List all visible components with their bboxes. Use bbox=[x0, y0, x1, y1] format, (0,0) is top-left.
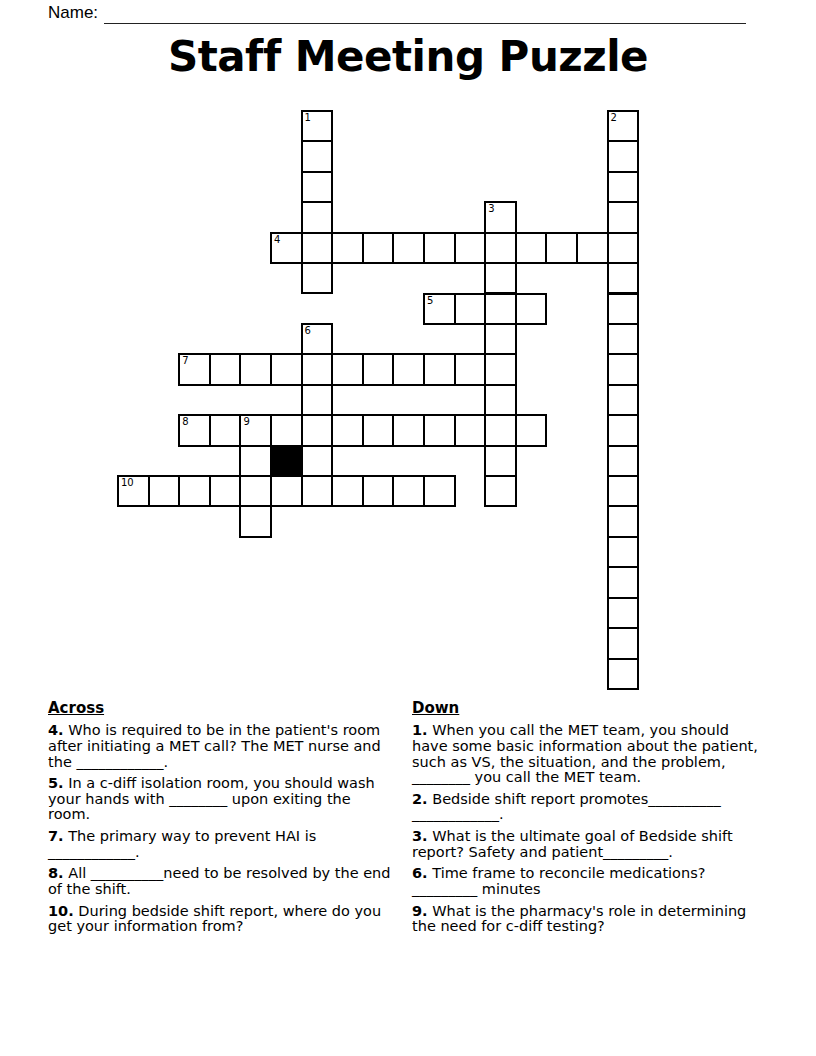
grid-cell[interactable] bbox=[607, 445, 640, 477]
grid-cell[interactable] bbox=[331, 232, 364, 264]
grid-cell[interactable] bbox=[301, 445, 334, 477]
grid-cell[interactable]: 1 bbox=[301, 110, 334, 142]
grid-cell[interactable] bbox=[607, 171, 640, 203]
grid-cell[interactable] bbox=[576, 232, 609, 264]
grid-cell[interactable] bbox=[484, 414, 517, 446]
grid-cell[interactable]: 4 bbox=[270, 232, 303, 264]
grid-cell[interactable] bbox=[545, 232, 578, 264]
name-label: Name: bbox=[48, 2, 98, 24]
grid-cell[interactable] bbox=[454, 293, 487, 325]
grid-cell[interactable] bbox=[423, 353, 456, 385]
grid-cell[interactable] bbox=[484, 445, 517, 477]
grid-cell[interactable] bbox=[423, 475, 456, 507]
down-header: Down bbox=[412, 700, 760, 716]
grid-cell[interactable] bbox=[392, 475, 425, 507]
grid-cell[interactable] bbox=[209, 414, 242, 446]
grid-cell[interactable] bbox=[484, 262, 517, 294]
grid-cell[interactable] bbox=[301, 232, 334, 264]
grid-cell[interactable] bbox=[454, 232, 487, 264]
grid-cell[interactable] bbox=[392, 353, 425, 385]
clue-down-2: 2. Bedside shift report promotes________… bbox=[412, 792, 760, 823]
grid-cell[interactable] bbox=[484, 475, 517, 507]
grid-cell[interactable] bbox=[209, 475, 242, 507]
grid-cell[interactable] bbox=[362, 475, 395, 507]
grid-cell[interactable] bbox=[270, 414, 303, 446]
clue-number-7: 7 bbox=[182, 355, 188, 367]
clue-across-7: 7. The primary way to prevent HAI is ___… bbox=[48, 829, 393, 860]
grid-cell[interactable] bbox=[239, 445, 272, 477]
grid-cell[interactable]: 3 bbox=[484, 201, 517, 233]
clue-across-5: 5. In a c-diff isolation room, you shoul… bbox=[48, 776, 393, 823]
clue-number-3: 3 bbox=[488, 203, 494, 215]
grid-cell[interactable] bbox=[270, 475, 303, 507]
clue-across-10: 10. During bedside shift report, where d… bbox=[48, 904, 393, 935]
grid-cell[interactable] bbox=[607, 323, 640, 355]
grid-cell[interactable] bbox=[607, 414, 640, 446]
name-row: Name: bbox=[48, 2, 746, 24]
clue-across-8: 8. All __________need to be resolved by … bbox=[48, 866, 393, 897]
grid-cell[interactable] bbox=[301, 414, 334, 446]
grid-cell[interactable] bbox=[607, 232, 640, 264]
grid-cell[interactable] bbox=[484, 323, 517, 355]
grid-cell[interactable] bbox=[607, 658, 640, 690]
grid-cell[interactable] bbox=[515, 414, 548, 446]
name-input-line[interactable] bbox=[104, 3, 746, 24]
grid-cell[interactable] bbox=[484, 384, 517, 416]
grid-cell[interactable]: 10 bbox=[117, 475, 150, 507]
clue-number-8: 8 bbox=[182, 416, 188, 428]
grid-cell[interactable]: 6 bbox=[301, 323, 334, 355]
clue-number-4: 4 bbox=[274, 234, 280, 246]
grid-cell[interactable] bbox=[362, 414, 395, 446]
grid-cell[interactable] bbox=[209, 353, 242, 385]
clue-number-10: 10 bbox=[121, 477, 134, 489]
grid-cell[interactable] bbox=[607, 505, 640, 537]
grid-cell[interactable]: 2 bbox=[607, 110, 640, 142]
grid-cell[interactable] bbox=[454, 414, 487, 446]
grid-cell[interactable] bbox=[362, 232, 395, 264]
grid-cell[interactable] bbox=[331, 475, 364, 507]
grid-cell[interactable] bbox=[178, 475, 211, 507]
grid-cell[interactable] bbox=[607, 597, 640, 629]
grid-cell[interactable] bbox=[301, 201, 334, 233]
grid-cell[interactable] bbox=[331, 414, 364, 446]
grid-cell[interactable] bbox=[331, 353, 364, 385]
grid-cell[interactable] bbox=[607, 140, 640, 172]
across-header: Across bbox=[48, 700, 393, 716]
across-clues-section: Across 4. Who is required to be in the p… bbox=[48, 700, 393, 941]
page-title: Staff Meeting Puzzle bbox=[0, 32, 816, 82]
clue-down-1: 1. When you call the MET team, you shoul… bbox=[412, 723, 760, 786]
clue-number-1: 1 bbox=[305, 112, 311, 124]
grid-cell[interactable] bbox=[607, 201, 640, 233]
down-clues-section: Down 1. When you call the MET team, you … bbox=[412, 700, 760, 941]
grid-cell[interactable] bbox=[607, 293, 640, 325]
grid-cell[interactable] bbox=[239, 353, 272, 385]
clue-number-6: 6 bbox=[305, 325, 311, 337]
grid-cell[interactable]: 7 bbox=[178, 353, 211, 385]
grid-cell[interactable] bbox=[301, 475, 334, 507]
clue-number-5: 5 bbox=[427, 295, 433, 307]
grid-cell[interactable]: 8 bbox=[178, 414, 211, 446]
clue-number-9: 9 bbox=[243, 416, 249, 428]
grid-cell[interactable] bbox=[148, 475, 181, 507]
clue-across-4: 4. Who is required to be in the patient'… bbox=[48, 723, 393, 770]
grid-cell[interactable] bbox=[607, 627, 640, 659]
grid-cell[interactable] bbox=[515, 232, 548, 264]
grid-cell[interactable] bbox=[362, 353, 395, 385]
grid-cell[interactable] bbox=[607, 262, 640, 294]
across-clue-list: 4. Who is required to be in the patient'… bbox=[48, 723, 393, 935]
clue-number-2: 2 bbox=[611, 112, 617, 124]
grid-cell[interactable] bbox=[607, 353, 640, 385]
grid-cell[interactable] bbox=[607, 384, 640, 416]
grid-cell[interactable] bbox=[301, 140, 334, 172]
down-clue-list: 1. When you call the MET team, you shoul… bbox=[412, 723, 760, 935]
clue-down-9: 9. What is the pharmacy's role in determ… bbox=[412, 904, 760, 935]
crossword-grid: 12345678910 bbox=[117, 110, 640, 690]
grid-cell[interactable] bbox=[392, 414, 425, 446]
grid-cell[interactable] bbox=[392, 232, 425, 264]
grid-cell[interactable] bbox=[484, 293, 517, 325]
grid-cell[interactable] bbox=[515, 293, 548, 325]
clue-down-6: 6. Time frame to reconcile medications? … bbox=[412, 866, 760, 897]
grid-cell[interactable] bbox=[301, 262, 334, 294]
grid-cell[interactable]: 5 bbox=[423, 293, 456, 325]
grid-cell[interactable] bbox=[423, 232, 456, 264]
worksheet-page: Name: Staff Meeting Puzzle 12345678910 A… bbox=[0, 0, 816, 1056]
grid-cell[interactable] bbox=[301, 353, 334, 385]
grid-cell[interactable] bbox=[484, 353, 517, 385]
grid-cell[interactable] bbox=[301, 171, 334, 203]
grid-cell[interactable] bbox=[607, 536, 640, 568]
grid-cell[interactable] bbox=[484, 232, 517, 264]
grid-cell[interactable] bbox=[301, 384, 334, 416]
grid-cell[interactable] bbox=[239, 505, 272, 537]
grid-cell[interactable] bbox=[423, 414, 456, 446]
grid-cell[interactable]: 9 bbox=[239, 414, 272, 446]
grid-cell[interactable] bbox=[239, 475, 272, 507]
grid-cell[interactable] bbox=[454, 353, 487, 385]
grid-cell[interactable] bbox=[270, 353, 303, 385]
black-cell bbox=[270, 445, 303, 477]
clue-down-3: 3. What is the ultimate goal of Bedside … bbox=[412, 829, 760, 860]
grid-cell[interactable] bbox=[607, 475, 640, 507]
grid-cell[interactable] bbox=[607, 566, 640, 598]
